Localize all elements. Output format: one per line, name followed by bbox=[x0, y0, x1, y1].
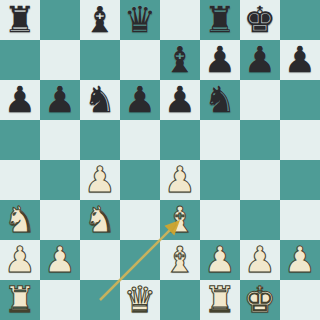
square-g7[interactable]: ♟ bbox=[240, 40, 280, 80]
square-b5[interactable] bbox=[40, 120, 80, 160]
square-e4[interactable]: ♟ bbox=[160, 160, 200, 200]
piece-black-pawn[interactable]: ♟ bbox=[44, 80, 76, 120]
piece-white-pawn[interactable]: ♟ bbox=[284, 240, 316, 280]
board-squares: ♜♝♛♜♚♝♟♟♟♟♟♞♟♟♞♟♟♞♞♝♟♟♝♟♟♟♜♛♜♚ bbox=[0, 0, 320, 320]
square-f3[interactable] bbox=[200, 200, 240, 240]
piece-black-rook[interactable]: ♜ bbox=[204, 0, 236, 40]
square-g8[interactable]: ♚ bbox=[240, 0, 280, 40]
piece-white-bishop[interactable]: ♝ bbox=[164, 200, 196, 240]
square-h2[interactable]: ♟ bbox=[280, 240, 320, 280]
square-d3[interactable] bbox=[120, 200, 160, 240]
piece-black-queen[interactable]: ♛ bbox=[124, 0, 156, 40]
square-f8[interactable]: ♜ bbox=[200, 0, 240, 40]
piece-white-pawn[interactable]: ♟ bbox=[164, 160, 196, 200]
piece-white-pawn[interactable]: ♟ bbox=[204, 240, 236, 280]
square-g2[interactable]: ♟ bbox=[240, 240, 280, 280]
square-f2[interactable]: ♟ bbox=[200, 240, 240, 280]
square-g5[interactable] bbox=[240, 120, 280, 160]
square-b1[interactable] bbox=[40, 280, 80, 320]
square-c5[interactable] bbox=[80, 120, 120, 160]
chess-board: ♜♝♛♜♚♝♟♟♟♟♟♞♟♟♞♟♟♞♞♝♟♟♝♟♟♟♜♛♜♚ bbox=[0, 0, 320, 320]
piece-white-queen[interactable]: ♛ bbox=[124, 280, 156, 320]
square-g3[interactable] bbox=[240, 200, 280, 240]
piece-black-bishop[interactable]: ♝ bbox=[164, 40, 196, 80]
square-b7[interactable] bbox=[40, 40, 80, 80]
square-c1[interactable] bbox=[80, 280, 120, 320]
square-b8[interactable] bbox=[40, 0, 80, 40]
square-b2[interactable]: ♟ bbox=[40, 240, 80, 280]
square-c8[interactable]: ♝ bbox=[80, 0, 120, 40]
square-h1[interactable] bbox=[280, 280, 320, 320]
square-f7[interactable]: ♟ bbox=[200, 40, 240, 80]
piece-black-pawn[interactable]: ♟ bbox=[284, 40, 316, 80]
square-b4[interactable] bbox=[40, 160, 80, 200]
piece-white-knight[interactable]: ♞ bbox=[84, 200, 116, 240]
square-c6[interactable]: ♞ bbox=[80, 80, 120, 120]
square-a4[interactable] bbox=[0, 160, 40, 200]
square-d4[interactable] bbox=[120, 160, 160, 200]
square-e5[interactable] bbox=[160, 120, 200, 160]
square-e3[interactable]: ♝ bbox=[160, 200, 200, 240]
square-e1[interactable] bbox=[160, 280, 200, 320]
piece-white-pawn[interactable]: ♟ bbox=[244, 240, 276, 280]
square-b6[interactable]: ♟ bbox=[40, 80, 80, 120]
square-d8[interactable]: ♛ bbox=[120, 0, 160, 40]
square-a6[interactable]: ♟ bbox=[0, 80, 40, 120]
piece-black-pawn[interactable]: ♟ bbox=[244, 40, 276, 80]
square-c4[interactable]: ♟ bbox=[80, 160, 120, 200]
square-d2[interactable] bbox=[120, 240, 160, 280]
square-a8[interactable]: ♜ bbox=[0, 0, 40, 40]
piece-black-bishop[interactable]: ♝ bbox=[84, 0, 116, 40]
square-f1[interactable]: ♜ bbox=[200, 280, 240, 320]
square-g4[interactable] bbox=[240, 160, 280, 200]
piece-black-rook[interactable]: ♜ bbox=[4, 0, 36, 40]
square-h6[interactable] bbox=[280, 80, 320, 120]
piece-white-pawn[interactable]: ♟ bbox=[84, 160, 116, 200]
piece-black-knight[interactable]: ♞ bbox=[84, 80, 116, 120]
piece-white-rook[interactable]: ♜ bbox=[4, 280, 36, 320]
square-a5[interactable] bbox=[0, 120, 40, 160]
square-a2[interactable]: ♟ bbox=[0, 240, 40, 280]
piece-black-pawn[interactable]: ♟ bbox=[4, 80, 36, 120]
square-e8[interactable] bbox=[160, 0, 200, 40]
square-f6[interactable]: ♞ bbox=[200, 80, 240, 120]
piece-white-pawn[interactable]: ♟ bbox=[44, 240, 76, 280]
square-b3[interactable] bbox=[40, 200, 80, 240]
piece-white-bishop[interactable]: ♝ bbox=[164, 240, 196, 280]
piece-black-king[interactable]: ♚ bbox=[244, 0, 276, 40]
square-e7[interactable]: ♝ bbox=[160, 40, 200, 80]
square-h7[interactable]: ♟ bbox=[280, 40, 320, 80]
square-c7[interactable] bbox=[80, 40, 120, 80]
square-c2[interactable] bbox=[80, 240, 120, 280]
piece-white-pawn[interactable]: ♟ bbox=[4, 240, 36, 280]
square-h5[interactable] bbox=[280, 120, 320, 160]
square-h8[interactable] bbox=[280, 0, 320, 40]
square-c3[interactable]: ♞ bbox=[80, 200, 120, 240]
piece-black-knight[interactable]: ♞ bbox=[204, 80, 236, 120]
square-f4[interactable] bbox=[200, 160, 240, 200]
piece-black-pawn[interactable]: ♟ bbox=[204, 40, 236, 80]
square-a1[interactable]: ♜ bbox=[0, 280, 40, 320]
square-d7[interactable] bbox=[120, 40, 160, 80]
square-g6[interactable] bbox=[240, 80, 280, 120]
piece-black-pawn[interactable]: ♟ bbox=[124, 80, 156, 120]
square-g1[interactable]: ♚ bbox=[240, 280, 280, 320]
piece-white-king[interactable]: ♚ bbox=[244, 280, 276, 320]
square-h3[interactable] bbox=[280, 200, 320, 240]
square-a7[interactable] bbox=[0, 40, 40, 80]
square-e6[interactable]: ♟ bbox=[160, 80, 200, 120]
piece-black-pawn[interactable]: ♟ bbox=[164, 80, 196, 120]
square-h4[interactable] bbox=[280, 160, 320, 200]
square-e2[interactable]: ♝ bbox=[160, 240, 200, 280]
square-a3[interactable]: ♞ bbox=[0, 200, 40, 240]
square-f5[interactable] bbox=[200, 120, 240, 160]
piece-white-knight[interactable]: ♞ bbox=[4, 200, 36, 240]
square-d5[interactable] bbox=[120, 120, 160, 160]
square-d6[interactable]: ♟ bbox=[120, 80, 160, 120]
square-d1[interactable]: ♛ bbox=[120, 280, 160, 320]
piece-white-rook[interactable]: ♜ bbox=[204, 280, 236, 320]
